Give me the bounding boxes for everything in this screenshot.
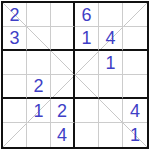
given-digit: 1 <box>33 102 43 120</box>
cell-r5c2[interactable]: 1 <box>27 99 51 123</box>
cell-r1c1[interactable]: 2 <box>3 3 27 27</box>
given-digit: 1 <box>130 126 140 144</box>
cell-r6c5[interactable] <box>99 123 123 147</box>
cell-r6c1[interactable] <box>3 123 27 147</box>
cell-r6c2[interactable] <box>27 123 51 147</box>
cell-r3c5[interactable]: 1 <box>99 51 123 75</box>
given-digit: 4 <box>105 29 115 47</box>
cell-r2c6[interactable] <box>123 27 147 51</box>
cell-r2c3[interactable] <box>51 27 75 51</box>
given-digit: 4 <box>130 102 140 120</box>
cell-r3c2[interactable] <box>27 51 51 75</box>
cell-r4c1[interactable] <box>3 75 27 99</box>
cell-r1c4[interactable]: 6 <box>75 3 99 27</box>
cell-r4c4[interactable] <box>75 75 99 99</box>
cell-r4c2[interactable]: 2 <box>27 75 51 99</box>
cell-r5c3[interactable]: 2 <box>51 99 75 123</box>
cell-r1c2[interactable] <box>27 3 51 27</box>
cell-r6c3[interactable]: 4 <box>51 123 75 147</box>
cell-r6c6[interactable]: 1 <box>123 123 147 147</box>
given-digit: 2 <box>33 77 43 95</box>
given-digit: 4 <box>57 126 67 144</box>
cell-r2c1[interactable]: 3 <box>3 27 27 51</box>
cell-r1c3[interactable] <box>51 3 75 27</box>
cell-r1c5[interactable] <box>99 3 123 27</box>
cell-r5c6[interactable]: 4 <box>123 99 147 123</box>
cell-r4c3[interactable] <box>51 75 75 99</box>
given-digit: 2 <box>57 102 67 120</box>
cell-r3c3[interactable] <box>51 51 75 75</box>
cell-r5c4[interactable] <box>75 99 99 123</box>
sudoku-board: 263141212441 <box>1 1 149 149</box>
cell-r2c5[interactable]: 4 <box>99 27 123 51</box>
given-digit: 6 <box>81 6 91 24</box>
cell-r2c2[interactable] <box>27 27 51 51</box>
cell-r2c4[interactable]: 1 <box>75 27 99 51</box>
cell-r4c6[interactable] <box>123 75 147 99</box>
cell-r3c1[interactable] <box>3 51 27 75</box>
cell-r3c6[interactable] <box>123 51 147 75</box>
given-digit: 2 <box>9 6 19 24</box>
cell-r6c4[interactable] <box>75 123 99 147</box>
cell-r3c4[interactable] <box>75 51 99 75</box>
given-digit: 3 <box>9 29 19 47</box>
sudoku-grid: 263141212441 <box>3 3 147 147</box>
given-digit: 1 <box>81 29 91 47</box>
given-digit: 1 <box>105 54 115 72</box>
cell-r5c1[interactable] <box>3 99 27 123</box>
cell-r4c5[interactable] <box>99 75 123 99</box>
cell-r5c5[interactable] <box>99 99 123 123</box>
cell-r1c6[interactable] <box>123 3 147 27</box>
